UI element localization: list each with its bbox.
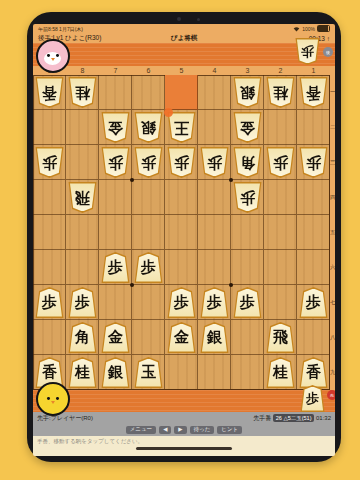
square-2二[interactable] bbox=[264, 110, 297, 145]
gote-piece-桂[interactable]: 桂 bbox=[68, 77, 97, 108]
status-datetime: 午前8:58 1月7日(木) bbox=[38, 26, 83, 32]
undo-button[interactable]: 待った bbox=[190, 426, 215, 435]
board-grid: 香桂銀桂香金銀王金歩歩歩歩歩角歩歩飛歩歩歩歩歩歩歩歩歩角金金銀飛香桂銀玉桂香 bbox=[33, 75, 330, 390]
home-indicator[interactable] bbox=[136, 447, 232, 451]
sente-piece-歩[interactable]: 歩 bbox=[299, 287, 328, 318]
square-6八[interactable] bbox=[132, 320, 165, 355]
gote-hand-pawn[interactable]: 歩 bbox=[295, 38, 320, 65]
sente-piece-歩[interactable]: 歩 bbox=[101, 252, 130, 283]
square-9五[interactable] bbox=[33, 215, 66, 250]
square-8三[interactable] bbox=[66, 145, 99, 180]
opponent-bar bbox=[33, 43, 335, 66]
square-4一[interactable] bbox=[198, 75, 231, 110]
gote-piece-歩[interactable]: 歩 bbox=[233, 182, 262, 213]
sente-piece-銀[interactable]: 銀 bbox=[200, 322, 229, 353]
eye-icon bbox=[47, 397, 50, 400]
square-6五[interactable] bbox=[132, 215, 165, 250]
sente-piece-歩[interactable]: 歩 bbox=[167, 287, 196, 318]
gote-piece-歩[interactable]: 歩 bbox=[35, 147, 64, 178]
eye-icon bbox=[56, 54, 59, 57]
wifi-icon bbox=[293, 26, 300, 32]
square-2六[interactable] bbox=[264, 250, 297, 285]
ipad-frame: 午前8:58 1月7日(木) 100% 後手:Lv1 ひよこ(R30) ぴよ将棋… bbox=[27, 12, 341, 462]
square-4九[interactable] bbox=[198, 355, 231, 390]
square-5二[interactable]: 王 bbox=[165, 110, 198, 145]
sente-hand-pawn[interactable]: 歩 bbox=[300, 385, 325, 412]
rank-label-五: 五 bbox=[330, 215, 335, 250]
square-5一[interactable] bbox=[165, 75, 198, 110]
player-label: 先手:プレイヤー(R0) bbox=[37, 414, 93, 423]
eye-icon bbox=[56, 397, 59, 400]
gote-piece-香[interactable]: 香 bbox=[35, 77, 64, 108]
sente-piece-歩[interactable]: 歩 bbox=[200, 287, 229, 318]
square-5五[interactable] bbox=[165, 215, 198, 250]
file-coordinates: 987654321 bbox=[33, 66, 330, 75]
square-9二[interactable] bbox=[33, 110, 66, 145]
square-2一[interactable]: 桂 bbox=[264, 75, 297, 110]
forward-button[interactable]: ▶ bbox=[174, 426, 186, 435]
rank-label-三: 三 bbox=[330, 145, 335, 180]
sente-piece-銀[interactable]: 銀 bbox=[101, 357, 130, 388]
square-7七[interactable] bbox=[99, 285, 132, 320]
square-4四[interactable] bbox=[198, 180, 231, 215]
app-header: 後手:Lv1 ひよこ(R30) ぴよ将棋 00:13 ↑ bbox=[33, 33, 335, 43]
rank-label-七: 七 bbox=[330, 285, 335, 320]
file-label-8: 8 bbox=[66, 66, 99, 75]
square-1四[interactable] bbox=[297, 180, 330, 215]
square-6三[interactable]: 歩 bbox=[132, 145, 165, 180]
square-1二[interactable] bbox=[297, 110, 330, 145]
square-2三[interactable]: 歩 bbox=[264, 145, 297, 180]
last-move-marker bbox=[164, 108, 173, 117]
sente-piece-香[interactable]: 香 bbox=[299, 357, 328, 388]
gote-piece-歩[interactable]: 歩 bbox=[167, 147, 196, 178]
battery-icon bbox=[317, 25, 330, 32]
rank-label-四: 四 bbox=[330, 180, 335, 215]
hint-button[interactable]: ヒント bbox=[217, 426, 242, 435]
status-bar: 午前8:58 1月7日(木) 100% bbox=[33, 24, 335, 33]
square-9三[interactable]: 歩 bbox=[33, 145, 66, 180]
square-2九[interactable]: 桂 bbox=[264, 355, 297, 390]
square-3三[interactable]: 角 bbox=[231, 145, 264, 180]
gote-piece-桂[interactable]: 桂 bbox=[266, 77, 295, 108]
square-5七[interactable]: 歩 bbox=[165, 285, 198, 320]
square-1九[interactable]: 香 bbox=[297, 355, 330, 390]
battery-percent: 100% bbox=[302, 26, 315, 32]
square-3一[interactable]: 銀 bbox=[231, 75, 264, 110]
file-label-2: 2 bbox=[264, 66, 297, 75]
square-6六[interactable]: 歩 bbox=[132, 250, 165, 285]
square-8八[interactable]: 角 bbox=[66, 320, 99, 355]
hoshi-dot bbox=[229, 178, 233, 182]
square-4二[interactable] bbox=[198, 110, 231, 145]
square-5三[interactable]: 歩 bbox=[165, 145, 198, 180]
square-6二[interactable]: 銀 bbox=[132, 110, 165, 145]
square-9七[interactable]: 歩 bbox=[33, 285, 66, 320]
square-7八[interactable]: 金 bbox=[99, 320, 132, 355]
bottom-panel: 手番、移動する駒をタップしてください。 bbox=[33, 436, 335, 456]
gote-piece-歩[interactable]: 歩 bbox=[134, 147, 163, 178]
square-8七[interactable]: 歩 bbox=[66, 285, 99, 320]
square-4六[interactable] bbox=[198, 250, 231, 285]
shogi-board: 香桂銀桂香金銀王金歩歩歩歩歩角歩歩飛歩歩歩歩歩歩歩歩歩角金金銀飛香桂銀玉桂香 bbox=[33, 75, 330, 390]
square-1八[interactable] bbox=[297, 320, 330, 355]
file-label-4: 4 bbox=[198, 66, 231, 75]
square-4七[interactable]: 歩 bbox=[198, 285, 231, 320]
sente-piece-玉[interactable]: 玉 bbox=[134, 357, 163, 388]
hoshi-dot bbox=[229, 283, 233, 287]
gote-side-badge: 後 bbox=[323, 47, 333, 57]
gote-piece-歩[interactable]: 歩 bbox=[200, 147, 229, 178]
file-label-6: 6 bbox=[132, 66, 165, 75]
rank-label-二: 二 bbox=[330, 110, 335, 145]
app-screen: 午前8:58 1月7日(木) 100% 後手:Lv1 ひよこ(R30) ぴよ将棋… bbox=[33, 24, 335, 456]
sente-piece-桂[interactable]: 桂 bbox=[68, 357, 97, 388]
square-6一[interactable] bbox=[132, 75, 165, 110]
square-3五[interactable] bbox=[231, 215, 264, 250]
square-3七[interactable]: 歩 bbox=[231, 285, 264, 320]
rank-coordinates: 一二三四五六七八九 bbox=[330, 75, 335, 390]
gote-piece-香[interactable]: 香 bbox=[299, 77, 328, 108]
rank-label-一: 一 bbox=[330, 75, 335, 110]
gote-piece-歩[interactable]: 歩 bbox=[266, 147, 295, 178]
gote-piece-歩[interactable]: 歩 bbox=[101, 147, 130, 178]
rank-label-六: 六 bbox=[330, 250, 335, 285]
gote-piece-王[interactable]: 王 bbox=[167, 112, 196, 143]
rank-label-九: 九 bbox=[330, 355, 335, 390]
square-4三[interactable]: 歩 bbox=[198, 145, 231, 180]
square-2五[interactable] bbox=[264, 215, 297, 250]
square-1七[interactable]: 歩 bbox=[297, 285, 330, 320]
square-3二[interactable]: 金 bbox=[231, 110, 264, 145]
app-title: ぴよ将棋 bbox=[171, 34, 197, 43]
front-camera-icon bbox=[177, 17, 181, 21]
square-3六[interactable] bbox=[231, 250, 264, 285]
hoshi-dot bbox=[130, 283, 134, 287]
gote-piece-飛[interactable]: 飛 bbox=[68, 182, 97, 213]
last-move-badge: 26 △5二玉(51) bbox=[273, 414, 314, 422]
square-9六[interactable] bbox=[33, 250, 66, 285]
square-3八[interactable] bbox=[231, 320, 264, 355]
hoshi-dot bbox=[130, 178, 134, 182]
toolbar: メニュー◀▶待ったヒント bbox=[33, 424, 335, 436]
player-avatar bbox=[36, 382, 70, 416]
square-3四[interactable]: 歩 bbox=[231, 180, 264, 215]
sente-piece-角[interactable]: 角 bbox=[68, 322, 97, 353]
square-5六[interactable] bbox=[165, 250, 198, 285]
square-7六[interactable]: 歩 bbox=[99, 250, 132, 285]
gote-piece-角[interactable]: 角 bbox=[233, 147, 262, 178]
square-7四[interactable] bbox=[99, 180, 132, 215]
eye-icon bbox=[47, 54, 50, 57]
square-2七[interactable] bbox=[264, 285, 297, 320]
sente-piece-歩[interactable]: 歩 bbox=[35, 287, 64, 318]
square-2四[interactable] bbox=[264, 180, 297, 215]
turn-indicator: 先手番 bbox=[253, 414, 271, 423]
square-7九[interactable]: 銀 bbox=[99, 355, 132, 390]
instruction-message: 手番、移動する駒をタップしてください。 bbox=[37, 438, 143, 445]
square-6七[interactable] bbox=[132, 285, 165, 320]
game-status-strip: 先手:プレイヤー(R0) 先手番 26 △5二玉(51) 01:32 bbox=[33, 412, 335, 424]
sente-piece-金[interactable]: 金 bbox=[101, 322, 130, 353]
beak-icon bbox=[51, 58, 55, 61]
beak-icon bbox=[51, 401, 55, 404]
sente-piece-歩[interactable]: 歩 bbox=[134, 252, 163, 283]
gote-piece-銀[interactable]: 銀 bbox=[233, 77, 262, 108]
square-1六[interactable] bbox=[297, 250, 330, 285]
back-button[interactable]: ◀ bbox=[159, 426, 171, 435]
square-4五[interactable] bbox=[198, 215, 231, 250]
square-9一[interactable]: 香 bbox=[33, 75, 66, 110]
square-3九[interactable] bbox=[231, 355, 264, 390]
square-9八[interactable] bbox=[33, 320, 66, 355]
square-6四[interactable] bbox=[132, 180, 165, 215]
file-label-5: 5 bbox=[165, 66, 198, 75]
square-6九[interactable]: 玉 bbox=[132, 355, 165, 390]
square-8六[interactable] bbox=[66, 250, 99, 285]
rank-label-八: 八 bbox=[330, 320, 335, 355]
square-9四[interactable] bbox=[33, 180, 66, 215]
square-5四[interactable] bbox=[165, 180, 198, 215]
sente-piece-金[interactable]: 金 bbox=[167, 322, 196, 353]
sente-piece-歩[interactable]: 歩 bbox=[68, 287, 97, 318]
gote-piece-金[interactable]: 金 bbox=[101, 112, 130, 143]
square-5八[interactable]: 金 bbox=[165, 320, 198, 355]
square-7二[interactable]: 金 bbox=[99, 110, 132, 145]
file-label-3: 3 bbox=[231, 66, 264, 75]
square-8九[interactable]: 桂 bbox=[66, 355, 99, 390]
square-7五[interactable] bbox=[99, 215, 132, 250]
square-5九[interactable] bbox=[165, 355, 198, 390]
square-1五[interactable] bbox=[297, 215, 330, 250]
file-label-1: 1 bbox=[297, 66, 330, 75]
gote-piece-歩[interactable]: 歩 bbox=[299, 147, 328, 178]
gote-piece-金[interactable]: 金 bbox=[233, 112, 262, 143]
sente-piece-飛[interactable]: 飛 bbox=[266, 322, 295, 353]
square-8五[interactable] bbox=[66, 215, 99, 250]
square-7一[interactable] bbox=[99, 75, 132, 110]
file-label-7: 7 bbox=[99, 66, 132, 75]
square-2八[interactable]: 飛 bbox=[264, 320, 297, 355]
square-8一[interactable]: 桂 bbox=[66, 75, 99, 110]
sente-piece-歩[interactable]: 歩 bbox=[233, 287, 262, 318]
menu-button[interactable]: メニュー bbox=[126, 426, 156, 435]
square-1一[interactable]: 香 bbox=[297, 75, 330, 110]
opponent-avatar bbox=[36, 39, 70, 73]
square-8四[interactable]: 飛 bbox=[66, 180, 99, 215]
sente-side-badge: 先 bbox=[327, 390, 335, 400]
player-bar bbox=[33, 390, 335, 412]
sensor-dot-icon bbox=[197, 18, 200, 21]
square-4八[interactable]: 銀 bbox=[198, 320, 231, 355]
sente-piece-桂[interactable]: 桂 bbox=[266, 357, 295, 388]
gote-piece-銀[interactable]: 銀 bbox=[134, 112, 163, 143]
player-clock: 01:32 bbox=[316, 415, 331, 421]
square-7三[interactable]: 歩 bbox=[99, 145, 132, 180]
square-1三[interactable]: 歩 bbox=[297, 145, 330, 180]
square-8二[interactable] bbox=[66, 110, 99, 145]
